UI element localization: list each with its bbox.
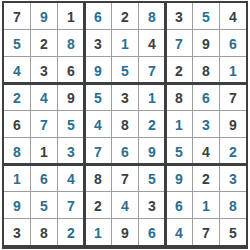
cell-r1c8[interactable]: 5 xyxy=(193,3,219,29)
entered-digit: 8 xyxy=(67,37,75,51)
cell-r9c4[interactable]: 1 xyxy=(85,219,111,245)
cell-r9c9[interactable]: 5 xyxy=(220,219,246,245)
cell-r6c6[interactable]: 9 xyxy=(139,138,165,164)
cell-r2c6[interactable]: 4 xyxy=(139,30,165,56)
entered-digit: 8 xyxy=(148,10,156,24)
given-digit: 9 xyxy=(229,118,237,132)
entered-digit: 5 xyxy=(121,64,129,78)
cell-r4c5[interactable]: 3 xyxy=(112,84,138,110)
cell-r9c2[interactable]: 8 xyxy=(31,219,57,245)
sudoku-grid: 7916283545283147964369572812495318676754… xyxy=(4,3,246,245)
entered-digit: 1 xyxy=(121,37,129,51)
given-digit: 7 xyxy=(229,91,237,105)
cell-r8c4[interactable]: 2 xyxy=(85,192,111,218)
cell-r8c6[interactable]: 3 xyxy=(139,192,165,218)
given-digit: 8 xyxy=(40,226,48,240)
given-digit: 4 xyxy=(202,145,210,159)
given-digit: 3 xyxy=(121,91,129,105)
given-digit: 8 xyxy=(175,91,183,105)
given-digit: 2 xyxy=(121,10,129,24)
entered-digit: 6 xyxy=(148,226,156,240)
cell-r2c8[interactable]: 9 xyxy=(193,30,219,56)
entered-digit: 7 xyxy=(67,199,75,213)
cell-r4c3[interactable]: 9 xyxy=(58,84,84,110)
entered-digit: 4 xyxy=(94,118,102,132)
given-digit: 7 xyxy=(13,10,21,24)
entered-digit: 4 xyxy=(40,91,48,105)
given-digit: 3 xyxy=(148,199,156,213)
entered-digit: 6 xyxy=(121,145,129,159)
cell-r9c3[interactable]: 2 xyxy=(58,219,84,245)
cell-r8c3[interactable]: 7 xyxy=(58,192,84,218)
given-digit: 5 xyxy=(229,226,237,240)
cell-r3c2[interactable]: 3 xyxy=(31,57,57,83)
given-digit: 9 xyxy=(67,91,75,105)
given-digit: 7 xyxy=(121,172,129,186)
cell-r2c2[interactable]: 2 xyxy=(31,30,57,56)
given-digit: 6 xyxy=(67,64,75,78)
cell-r5c7[interactable]: 1 xyxy=(166,111,192,137)
entered-digit: 3 xyxy=(229,172,237,186)
entered-digit: 9 xyxy=(40,10,48,24)
entered-digit: 6 xyxy=(229,37,237,51)
entered-digit: 7 xyxy=(148,64,156,78)
entered-digit: 2 xyxy=(13,91,21,105)
cell-r6c8[interactable]: 4 xyxy=(193,138,219,164)
entered-digit: 1 xyxy=(13,172,21,186)
cell-r5c2[interactable]: 7 xyxy=(31,111,57,137)
cell-r3c9[interactable]: 1 xyxy=(220,57,246,83)
given-digit: 4 xyxy=(229,10,237,24)
cell-r7c4[interactable]: 8 xyxy=(85,165,111,191)
entered-digit: 1 xyxy=(94,226,102,240)
cell-r1c1[interactable]: 7 xyxy=(4,3,30,29)
box-divider-vertical-1 xyxy=(83,3,86,245)
entered-digit: 6 xyxy=(202,91,210,105)
cell-r8c2[interactable]: 5 xyxy=(31,192,57,218)
cell-r1c9[interactable]: 4 xyxy=(220,3,246,29)
sudoku-board: 7916283545283147964369572812495318676754… xyxy=(2,1,248,249)
given-digit: 3 xyxy=(175,10,183,24)
cell-r7c2[interactable]: 6 xyxy=(31,165,57,191)
cell-r4c9[interactable]: 7 xyxy=(220,84,246,110)
entered-digit: 6 xyxy=(175,199,183,213)
cell-r5c8[interactable]: 3 xyxy=(193,111,219,137)
cell-r5c6[interactable]: 2 xyxy=(139,111,165,137)
cell-r1c2[interactable]: 9 xyxy=(31,3,57,29)
cell-r4c8[interactable]: 6 xyxy=(193,84,219,110)
cell-r9c5[interactable]: 9 xyxy=(112,219,138,245)
cell-r8c1[interactable]: 9 xyxy=(4,192,30,218)
entered-digit: 5 xyxy=(67,118,75,132)
entered-digit: 6 xyxy=(94,10,102,24)
entered-digit: 5 xyxy=(175,145,183,159)
cell-r2c5[interactable]: 1 xyxy=(112,30,138,56)
given-digit: 3 xyxy=(13,226,21,240)
entered-digit: 5 xyxy=(40,199,48,213)
cell-r8c5[interactable]: 4 xyxy=(112,192,138,218)
cell-r7c1[interactable]: 1 xyxy=(4,165,30,191)
entered-digit: 2 xyxy=(229,145,237,159)
entered-digit: 1 xyxy=(148,91,156,105)
cell-r7c5[interactable]: 7 xyxy=(112,165,138,191)
given-digit: 4 xyxy=(148,37,156,51)
entered-digit: 7 xyxy=(175,37,183,51)
entered-digit: 3 xyxy=(202,118,210,132)
given-digit: 8 xyxy=(94,172,102,186)
cell-r1c5[interactable]: 2 xyxy=(112,3,138,29)
cell-r3c7[interactable]: 2 xyxy=(166,57,192,83)
cell-r1c7[interactable]: 3 xyxy=(166,3,192,29)
cell-r3c4[interactable]: 9 xyxy=(85,57,111,83)
cell-r6c3[interactable]: 3 xyxy=(58,138,84,164)
cell-r6c2[interactable]: 1 xyxy=(31,138,57,164)
given-digit: 9 xyxy=(202,37,210,51)
entered-digit: 9 xyxy=(148,145,156,159)
cell-r5c3[interactable]: 5 xyxy=(58,111,84,137)
cell-r2c4[interactable]: 3 xyxy=(85,30,111,56)
cell-r7c3[interactable]: 4 xyxy=(58,165,84,191)
cell-r9c8[interactable]: 7 xyxy=(193,219,219,245)
given-digit: 6 xyxy=(13,118,21,132)
cell-r6c1[interactable]: 8 xyxy=(4,138,30,164)
entered-digit: 7 xyxy=(40,118,48,132)
cell-r9c6[interactable]: 6 xyxy=(139,219,165,245)
given-digit: 3 xyxy=(40,64,48,78)
entered-digit: 2 xyxy=(67,226,75,240)
cell-r2c9[interactable]: 6 xyxy=(220,30,246,56)
cell-r6c5[interactable]: 6 xyxy=(112,138,138,164)
given-digit: 2 xyxy=(40,37,48,51)
cell-r6c4[interactable]: 7 xyxy=(85,138,111,164)
cell-r7c6[interactable]: 5 xyxy=(139,165,165,191)
given-digit: 2 xyxy=(202,172,210,186)
entered-digit: 3 xyxy=(67,145,75,159)
entered-digit: 1 xyxy=(229,64,237,78)
entered-digit: 7 xyxy=(94,145,102,159)
given-digit: 8 xyxy=(202,64,210,78)
cell-r4c2[interactable]: 4 xyxy=(31,84,57,110)
cell-r4c1[interactable]: 2 xyxy=(4,84,30,110)
entered-digit: 9 xyxy=(13,199,21,213)
cell-r1c6[interactable]: 8 xyxy=(139,3,165,29)
cell-r8c9[interactable]: 8 xyxy=(220,192,246,218)
given-digit: 8 xyxy=(121,118,129,132)
cell-r6c7[interactable]: 5 xyxy=(166,138,192,164)
cell-r1c4[interactable]: 6 xyxy=(85,3,111,29)
cell-r3c5[interactable]: 5 xyxy=(112,57,138,83)
cell-r2c1[interactable]: 5 xyxy=(4,30,30,56)
cell-r3c6[interactable]: 7 xyxy=(139,57,165,83)
cell-r1c3[interactable]: 1 xyxy=(58,3,84,29)
entered-digit: 6 xyxy=(40,172,48,186)
cell-r4c6[interactable]: 1 xyxy=(139,84,165,110)
entered-digit: 2 xyxy=(148,118,156,132)
entered-digit: 1 xyxy=(202,199,210,213)
box-divider-horizontal-2 xyxy=(4,163,246,166)
cell-r8c7[interactable]: 6 xyxy=(166,192,192,218)
box-divider-horizontal-1 xyxy=(4,82,246,85)
entered-digit: 5 xyxy=(13,37,21,51)
cell-r5c1[interactable]: 6 xyxy=(4,111,30,137)
cell-r9c1[interactable]: 3 xyxy=(4,219,30,245)
cell-r7c9[interactable]: 3 xyxy=(220,165,246,191)
cell-r5c5[interactable]: 8 xyxy=(112,111,138,137)
entered-digit: 4 xyxy=(67,172,75,186)
entered-digit: 8 xyxy=(13,145,21,159)
given-digit: 7 xyxy=(202,226,210,240)
cell-r8c8[interactable]: 1 xyxy=(193,192,219,218)
entered-digit: 4 xyxy=(121,199,129,213)
cell-r7c8[interactable]: 2 xyxy=(193,165,219,191)
entered-digit: 5 xyxy=(94,91,102,105)
cell-r3c8[interactable]: 8 xyxy=(193,57,219,83)
given-digit: 2 xyxy=(175,64,183,78)
entered-digit: 4 xyxy=(175,226,183,240)
cell-r5c4[interactable]: 4 xyxy=(85,111,111,137)
entered-digit: 5 xyxy=(148,172,156,186)
cell-r2c7[interactable]: 7 xyxy=(166,30,192,56)
cell-r3c1[interactable]: 4 xyxy=(4,57,30,83)
cell-r3c3[interactable]: 6 xyxy=(58,57,84,83)
entered-digit: 8 xyxy=(229,199,237,213)
cell-r7c7[interactable]: 9 xyxy=(166,165,192,191)
entered-digit: 4 xyxy=(13,64,21,78)
cell-r4c4[interactable]: 5 xyxy=(85,84,111,110)
cell-r4c7[interactable]: 8 xyxy=(166,84,192,110)
given-digit: 1 xyxy=(40,145,48,159)
entered-digit: 1 xyxy=(175,118,183,132)
given-digit: 3 xyxy=(94,37,102,51)
given-digit: 9 xyxy=(121,226,129,240)
box-divider-vertical-2 xyxy=(164,3,167,245)
given-digit: 2 xyxy=(94,199,102,213)
cell-r5c9[interactable]: 9 xyxy=(220,111,246,137)
entered-digit: 9 xyxy=(175,172,183,186)
entered-digit: 5 xyxy=(202,10,210,24)
given-digit: 1 xyxy=(67,10,75,24)
cell-r2c3[interactable]: 8 xyxy=(58,30,84,56)
entered-digit: 9 xyxy=(94,64,102,78)
cell-r9c7[interactable]: 4 xyxy=(166,219,192,245)
cell-r6c9[interactable]: 2 xyxy=(220,138,246,164)
